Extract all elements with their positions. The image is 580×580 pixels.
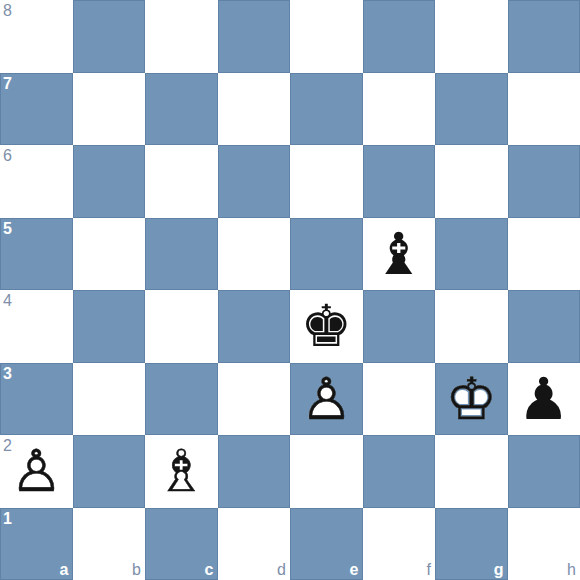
white-pawn-icon: ♙ (10, 435, 62, 507)
file-label-a: a (60, 561, 69, 579)
square-c1[interactable]: c (145, 508, 218, 580)
rank-label-3: 3 (3, 363, 12, 384)
black-king-icon: ♚ (300, 290, 352, 362)
white-pawn-icon: ♙ (300, 363, 352, 435)
rank-label-1: 1 (3, 508, 12, 529)
square-f5[interactable]: ♝ (363, 218, 436, 291)
square-d6[interactable] (218, 145, 291, 218)
square-b4[interactable] (73, 290, 146, 363)
square-b2[interactable] (73, 435, 146, 508)
square-f7[interactable] (363, 73, 436, 146)
square-e6[interactable] (290, 145, 363, 218)
file-label-b: b (132, 561, 141, 579)
chess-board: 8765♝4♚3♟♙♚♔♟2♟♙♝♗1abcdefgh (0, 0, 580, 580)
square-a3[interactable]: 3 (0, 363, 73, 436)
square-f4[interactable] (363, 290, 436, 363)
square-a5[interactable]: 5 (0, 218, 73, 291)
square-g5[interactable] (435, 218, 508, 291)
square-h4[interactable] (508, 290, 580, 363)
square-d1[interactable]: d (218, 508, 291, 580)
square-g1[interactable]: g (435, 508, 508, 580)
square-b7[interactable] (73, 73, 146, 146)
square-a4[interactable]: 4 (0, 290, 73, 363)
square-c3[interactable] (145, 363, 218, 436)
file-label-h: h (567, 561, 576, 579)
square-h5[interactable] (508, 218, 580, 291)
square-a7[interactable]: 7 (0, 73, 73, 146)
piece-white-pawn-a2[interactable]: ♟♙ (0, 435, 73, 508)
square-c8[interactable] (145, 0, 218, 73)
square-c7[interactable] (145, 73, 218, 146)
square-g2[interactable] (435, 435, 508, 508)
piece-black-pawn-h3[interactable]: ♟ (508, 363, 580, 436)
square-f2[interactable] (363, 435, 436, 508)
square-h6[interactable] (508, 145, 580, 218)
square-c6[interactable] (145, 145, 218, 218)
square-e8[interactable] (290, 0, 363, 73)
square-h2[interactable] (508, 435, 580, 508)
square-a1[interactable]: 1a (0, 508, 73, 580)
square-d7[interactable] (218, 73, 291, 146)
square-b8[interactable] (73, 0, 146, 73)
square-d3[interactable] (218, 363, 291, 436)
square-g6[interactable] (435, 145, 508, 218)
square-b3[interactable] (73, 363, 146, 436)
rank-label-7: 7 (3, 73, 12, 94)
square-b1[interactable]: b (73, 508, 146, 580)
square-b6[interactable] (73, 145, 146, 218)
square-e1[interactable]: e (290, 508, 363, 580)
square-h8[interactable] (508, 0, 580, 73)
square-c2[interactable]: ♝♗ (145, 435, 218, 508)
square-b5[interactable] (73, 218, 146, 291)
square-g7[interactable] (435, 73, 508, 146)
square-d8[interactable] (218, 0, 291, 73)
rank-label-5: 5 (3, 218, 12, 239)
square-g8[interactable] (435, 0, 508, 73)
rank-label-8: 8 (3, 0, 12, 21)
white-bishop-icon: ♗ (155, 435, 207, 507)
file-label-c: c (205, 561, 214, 579)
square-f6[interactable] (363, 145, 436, 218)
file-label-f: f (427, 561, 431, 579)
square-e7[interactable] (290, 73, 363, 146)
piece-white-king-g3[interactable]: ♚♔ (435, 363, 508, 436)
file-label-d: d (277, 561, 286, 579)
square-h3[interactable]: ♟ (508, 363, 580, 436)
piece-white-bishop-c2[interactable]: ♝♗ (145, 435, 218, 508)
rank-label-4: 4 (3, 290, 12, 311)
square-d2[interactable] (218, 435, 291, 508)
square-f3[interactable] (363, 363, 436, 436)
file-label-g: g (494, 561, 504, 579)
square-g3[interactable]: ♚♔ (435, 363, 508, 436)
black-bishop-icon: ♝ (373, 218, 425, 290)
rank-label-6: 6 (3, 145, 12, 166)
white-king-icon: ♔ (445, 363, 497, 435)
square-c4[interactable] (145, 290, 218, 363)
square-d5[interactable] (218, 218, 291, 291)
black-pawn-icon: ♟ (518, 363, 570, 435)
piece-white-pawn-e3[interactable]: ♟♙ (290, 363, 363, 436)
file-label-e: e (350, 561, 359, 579)
square-e4[interactable]: ♚ (290, 290, 363, 363)
piece-black-king-e4[interactable]: ♚ (290, 290, 363, 363)
square-d4[interactable] (218, 290, 291, 363)
square-h1[interactable]: h (508, 508, 580, 580)
square-c5[interactable] (145, 218, 218, 291)
square-f8[interactable] (363, 0, 436, 73)
piece-black-bishop-f5[interactable]: ♝ (363, 218, 436, 291)
square-g4[interactable] (435, 290, 508, 363)
square-a2[interactable]: 2♟♙ (0, 435, 73, 508)
square-e3[interactable]: ♟♙ (290, 363, 363, 436)
square-a6[interactable]: 6 (0, 145, 73, 218)
square-e2[interactable] (290, 435, 363, 508)
square-f1[interactable]: f (363, 508, 436, 580)
square-e5[interactable] (290, 218, 363, 291)
square-a8[interactable]: 8 (0, 0, 73, 73)
square-h7[interactable] (508, 73, 580, 146)
